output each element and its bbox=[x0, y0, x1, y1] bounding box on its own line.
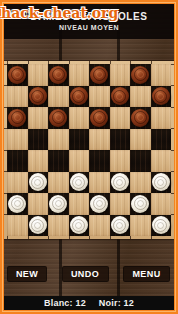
board-square[interactable] bbox=[48, 86, 69, 108]
piece-ring bbox=[11, 197, 24, 210]
menu-button[interactable]: MENU bbox=[123, 266, 170, 282]
piece-ring bbox=[93, 68, 106, 81]
white-piece[interactable] bbox=[70, 173, 88, 191]
piece-ring bbox=[34, 93, 41, 100]
board-square[interactable] bbox=[89, 172, 110, 194]
board-square[interactable] bbox=[48, 129, 69, 151]
black-piece[interactable] bbox=[131, 66, 149, 84]
piece-ring bbox=[14, 71, 21, 78]
frame-ticks-bottom bbox=[7, 236, 171, 239]
piece-ring bbox=[157, 93, 164, 100]
piece-ring bbox=[34, 179, 41, 186]
board-square[interactable] bbox=[110, 107, 131, 129]
board-square[interactable] bbox=[130, 64, 151, 86]
black-piece[interactable] bbox=[49, 66, 67, 84]
piece-ring bbox=[31, 90, 44, 103]
board-square[interactable] bbox=[69, 172, 90, 194]
checkers-board bbox=[7, 64, 171, 236]
piece-ring bbox=[55, 71, 62, 78]
piece-ring bbox=[96, 71, 103, 78]
piece-ring bbox=[31, 176, 44, 189]
board-square[interactable] bbox=[69, 150, 90, 172]
app-window: DAMES ESPAGNOLES NIVEAU MOYEN NEW UNDO M… bbox=[0, 0, 178, 314]
board-square[interactable] bbox=[110, 64, 131, 86]
piece-ring bbox=[154, 219, 167, 232]
board-square[interactable] bbox=[110, 172, 131, 194]
board-square[interactable] bbox=[48, 107, 69, 129]
board-square[interactable] bbox=[48, 64, 69, 86]
board-square[interactable] bbox=[151, 193, 172, 215]
piece-ring bbox=[14, 200, 21, 207]
piece-ring bbox=[75, 222, 82, 229]
piece-ring bbox=[137, 200, 144, 207]
board-square[interactable] bbox=[69, 129, 90, 151]
watermark: hack-cheat.org bbox=[1, 5, 118, 21]
board-square[interactable] bbox=[7, 215, 28, 237]
white-count: Blanc: 12 bbox=[44, 298, 86, 308]
board-square[interactable] bbox=[48, 150, 69, 172]
board-square[interactable] bbox=[89, 193, 110, 215]
white-piece[interactable] bbox=[152, 216, 170, 234]
board-square[interactable] bbox=[28, 107, 49, 129]
piece-ring bbox=[137, 71, 144, 78]
white-piece[interactable] bbox=[8, 195, 26, 213]
piece-ring bbox=[75, 179, 82, 186]
board-square[interactable] bbox=[110, 193, 131, 215]
piece-ring bbox=[116, 222, 123, 229]
board-square[interactable] bbox=[28, 215, 49, 237]
piece-ring bbox=[113, 219, 126, 232]
piece-ring bbox=[55, 200, 62, 207]
board-square[interactable] bbox=[130, 193, 151, 215]
black-piece[interactable] bbox=[8, 66, 26, 84]
piece-ring bbox=[11, 111, 24, 124]
piece-ring bbox=[93, 197, 106, 210]
piece-ring bbox=[96, 200, 103, 207]
board-square[interactable] bbox=[151, 215, 172, 237]
piece-ring bbox=[72, 90, 85, 103]
undo-button[interactable]: UNDO bbox=[62, 266, 109, 282]
piece-ring bbox=[52, 111, 65, 124]
board-square[interactable] bbox=[7, 86, 28, 108]
piece-ring bbox=[113, 90, 126, 103]
board-square[interactable] bbox=[89, 150, 110, 172]
board-square[interactable] bbox=[151, 107, 172, 129]
toolbar: NEW UNDO MENU bbox=[7, 266, 170, 282]
black-count: Noir: 12 bbox=[99, 298, 134, 308]
white-piece[interactable] bbox=[111, 216, 129, 234]
board-square[interactable] bbox=[151, 172, 172, 194]
wood-background: DAMES ESPAGNOLES NIVEAU MOYEN NEW UNDO M… bbox=[4, 4, 174, 310]
white-piece[interactable] bbox=[49, 195, 67, 213]
board-frame bbox=[4, 61, 174, 239]
board-square[interactable] bbox=[130, 150, 151, 172]
board-square[interactable] bbox=[28, 193, 49, 215]
board-square[interactable] bbox=[7, 107, 28, 129]
board-square[interactable] bbox=[89, 129, 110, 151]
new-button[interactable]: NEW bbox=[7, 266, 47, 282]
board-square[interactable] bbox=[130, 129, 151, 151]
board-square[interactable] bbox=[28, 172, 49, 194]
board-square[interactable] bbox=[28, 86, 49, 108]
board-square[interactable] bbox=[28, 150, 49, 172]
piece-ring bbox=[14, 114, 21, 121]
piece-ring bbox=[72, 219, 85, 232]
black-piece[interactable] bbox=[90, 66, 108, 84]
frame-ticks-right bbox=[171, 64, 174, 236]
board-square[interactable] bbox=[110, 129, 131, 151]
board-square[interactable] bbox=[69, 107, 90, 129]
board-square[interactable] bbox=[28, 64, 49, 86]
white-piece[interactable] bbox=[29, 173, 47, 191]
piece-ring bbox=[116, 93, 123, 100]
piece-ring bbox=[157, 222, 164, 229]
white-piece[interactable] bbox=[70, 216, 88, 234]
board-square[interactable] bbox=[48, 215, 69, 237]
black-piece[interactable] bbox=[111, 87, 129, 105]
board-square[interactable] bbox=[69, 86, 90, 108]
piece-ring bbox=[34, 222, 41, 229]
piece-ring bbox=[96, 114, 103, 121]
black-piece[interactable] bbox=[49, 109, 67, 127]
piece-ring bbox=[72, 176, 85, 189]
black-piece[interactable] bbox=[70, 87, 88, 105]
board-square[interactable] bbox=[110, 215, 131, 237]
piece-ring bbox=[11, 68, 24, 81]
status-bar: Blanc: 12 Noir: 12 bbox=[4, 296, 174, 310]
board-square[interactable] bbox=[110, 150, 131, 172]
piece-ring bbox=[52, 197, 65, 210]
piece-ring bbox=[154, 90, 167, 103]
board-square[interactable] bbox=[69, 215, 90, 237]
board-square[interactable] bbox=[7, 64, 28, 86]
board-square[interactable] bbox=[7, 193, 28, 215]
board-square[interactable] bbox=[130, 172, 151, 194]
board-square[interactable] bbox=[7, 172, 28, 194]
board-square[interactable] bbox=[69, 64, 90, 86]
black-piece[interactable] bbox=[152, 87, 170, 105]
piece-ring bbox=[55, 114, 62, 121]
white-piece[interactable] bbox=[152, 173, 170, 191]
piece-ring bbox=[134, 68, 147, 81]
piece-ring bbox=[113, 176, 126, 189]
board-square[interactable] bbox=[89, 107, 110, 129]
board-square[interactable] bbox=[130, 215, 151, 237]
white-piece[interactable] bbox=[90, 195, 108, 213]
board-square[interactable] bbox=[7, 150, 28, 172]
black-piece[interactable] bbox=[90, 109, 108, 127]
piece-ring bbox=[116, 179, 123, 186]
piece-ring bbox=[31, 219, 44, 232]
board-square[interactable] bbox=[48, 172, 69, 194]
board-square[interactable] bbox=[89, 215, 110, 237]
piece-ring bbox=[75, 93, 82, 100]
board-square[interactable] bbox=[7, 129, 28, 151]
board-square[interactable] bbox=[130, 86, 151, 108]
black-piece[interactable] bbox=[8, 109, 26, 127]
board-square[interactable] bbox=[151, 150, 172, 172]
black-piece[interactable] bbox=[131, 109, 149, 127]
board-square[interactable] bbox=[151, 86, 172, 108]
piece-ring bbox=[157, 179, 164, 186]
piece-ring bbox=[137, 114, 144, 121]
white-piece[interactable] bbox=[29, 216, 47, 234]
board-square[interactable] bbox=[130, 107, 151, 129]
board-square[interactable] bbox=[28, 129, 49, 151]
piece-ring bbox=[93, 111, 106, 124]
board-square[interactable] bbox=[89, 64, 110, 86]
piece-ring bbox=[154, 176, 167, 189]
board-square[interactable] bbox=[69, 193, 90, 215]
black-piece[interactable] bbox=[29, 87, 47, 105]
board-square[interactable] bbox=[151, 129, 172, 151]
piece-ring bbox=[134, 197, 147, 210]
difficulty-label: NIVEAU MOYEN bbox=[59, 24, 119, 32]
piece-ring bbox=[52, 68, 65, 81]
board-square[interactable] bbox=[151, 64, 172, 86]
board-square[interactable] bbox=[48, 193, 69, 215]
white-piece[interactable] bbox=[131, 195, 149, 213]
board-square[interactable] bbox=[89, 86, 110, 108]
white-piece[interactable] bbox=[111, 173, 129, 191]
board-square[interactable] bbox=[110, 86, 131, 108]
piece-ring bbox=[134, 111, 147, 124]
